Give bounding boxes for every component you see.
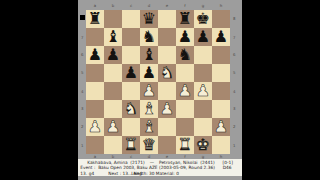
square-g5 bbox=[194, 64, 212, 82]
black-pawn-g7: ♟ bbox=[196, 28, 210, 46]
black-king-g8: ♚ bbox=[196, 10, 210, 28]
coord-label-f: f bbox=[176, 154, 194, 159]
coord-label-4: 4 bbox=[231, 82, 238, 100]
square-g8: ♚ bbox=[194, 10, 212, 28]
square-g7: ♟ bbox=[194, 28, 212, 46]
coord-label-e: e bbox=[158, 154, 176, 159]
black-queen-d8: ♛ bbox=[142, 10, 156, 28]
square-e3: ♟ bbox=[158, 100, 176, 118]
square-g3 bbox=[194, 100, 212, 118]
white-rook-c1: ♜ bbox=[124, 136, 138, 154]
white-pawn-e3: ♟ bbox=[160, 100, 174, 118]
square-e5: ♞ bbox=[158, 64, 176, 82]
coord-label-c: c bbox=[122, 154, 140, 159]
white-bishop-d3: ♝ bbox=[142, 100, 156, 118]
game-info-panel: Kakhabava, Amina (2171) — Petrosyan, Nik… bbox=[78, 159, 242, 176]
square-h6 bbox=[212, 46, 230, 64]
square-e2 bbox=[158, 118, 176, 136]
coord-label-4: 4 bbox=[79, 82, 86, 100]
coord-label-5: 5 bbox=[231, 64, 238, 82]
square-a4 bbox=[86, 82, 104, 100]
rank-labels-left: 87654321 bbox=[79, 10, 86, 154]
coord-label-g: g bbox=[194, 3, 212, 8]
square-d6: ♝ bbox=[140, 46, 158, 64]
square-g4: ♟ bbox=[194, 82, 212, 100]
square-b1 bbox=[104, 136, 122, 154]
letterbox-right bbox=[242, 0, 320, 180]
square-b7: ♝ bbox=[104, 28, 122, 46]
black-pawn-f7: ♟ bbox=[178, 28, 192, 46]
coord-label-1: 1 bbox=[79, 136, 86, 154]
white-pawn-d4: ♟ bbox=[142, 82, 156, 100]
black-pawn-d5: ♟ bbox=[142, 64, 156, 82]
white-pawn-b2: ♟ bbox=[106, 118, 120, 136]
square-d3: ♝ bbox=[140, 100, 158, 118]
coord-label-3: 3 bbox=[79, 100, 86, 118]
white-rook-f1: ♜ bbox=[178, 136, 192, 154]
black-knight-f6: ♞ bbox=[178, 46, 192, 64]
black-pawn-b6: ♟ bbox=[106, 46, 120, 64]
square-a3 bbox=[86, 100, 104, 118]
white-queen-d1: ♛ bbox=[142, 136, 156, 154]
video-frame: abcdefgh 87654321 87654321 abcdefgh ♜♛♜♚… bbox=[0, 0, 320, 180]
square-h4 bbox=[212, 82, 230, 100]
square-h5 bbox=[212, 64, 230, 82]
black-bishop-b7: ♝ bbox=[106, 28, 120, 46]
square-c1: ♜ bbox=[122, 136, 140, 154]
coord-label-5: 5 bbox=[79, 64, 86, 82]
white-knight-c3: ♞ bbox=[124, 100, 138, 118]
square-c7 bbox=[122, 28, 140, 46]
coord-label-8: 8 bbox=[231, 10, 238, 28]
chess-board: ♜♛♜♚♝♞♟♟♟♟♟♝♞♟♟♞♟♟♟♞♝♟♟♟♝♟♜♛♜♚ bbox=[86, 10, 230, 154]
square-d2: ♝ bbox=[140, 118, 158, 136]
black-rook-f8: ♜ bbox=[178, 10, 192, 28]
letterbox-left bbox=[0, 0, 78, 180]
square-a7 bbox=[86, 28, 104, 46]
move-number: 13. bbox=[80, 171, 87, 177]
square-b4 bbox=[104, 82, 122, 100]
game-length: Length: 30 bbox=[131, 171, 154, 177]
square-c5: ♟ bbox=[122, 64, 140, 82]
coord-label-g: g bbox=[194, 154, 212, 159]
square-d7: ♞ bbox=[140, 28, 158, 46]
white-pawn-f4: ♟ bbox=[178, 82, 192, 100]
square-a2: ♟ bbox=[86, 118, 104, 136]
square-h7: ♟ bbox=[212, 28, 230, 46]
square-e1 bbox=[158, 136, 176, 154]
square-f3 bbox=[176, 100, 194, 118]
coord-label-b: b bbox=[104, 3, 122, 8]
black-knight-d7: ♞ bbox=[142, 28, 156, 46]
white-pawn-a2: ♟ bbox=[88, 118, 102, 136]
square-f1: ♜ bbox=[176, 136, 194, 154]
square-a1 bbox=[86, 136, 104, 154]
white-player-name: Kakhabava, Amina bbox=[87, 160, 127, 165]
coord-label-6: 6 bbox=[231, 46, 238, 64]
square-b6: ♟ bbox=[104, 46, 122, 64]
black-player-name: Petrosyan, Nikolai bbox=[159, 160, 198, 165]
white-pawn-g4: ♟ bbox=[196, 82, 210, 100]
square-d5: ♟ bbox=[140, 64, 158, 82]
square-e6 bbox=[158, 46, 176, 64]
white-pawn-h2: ♟ bbox=[214, 118, 228, 136]
coord-label-c: c bbox=[122, 3, 140, 8]
square-e4 bbox=[158, 82, 176, 100]
coord-label-d: d bbox=[140, 3, 158, 8]
square-f5 bbox=[176, 64, 194, 82]
square-c4 bbox=[122, 82, 140, 100]
white-king-g1: ♚ bbox=[196, 136, 210, 154]
square-h1 bbox=[212, 136, 230, 154]
black-pawn-h7: ♟ bbox=[214, 28, 228, 46]
players-separator: — bbox=[150, 160, 154, 165]
coord-label-3: 3 bbox=[231, 100, 238, 118]
coord-label-a: a bbox=[86, 3, 104, 8]
square-g1: ♚ bbox=[194, 136, 212, 154]
square-a5 bbox=[86, 64, 104, 82]
event-value: Baku Open 2003, Baku AZE (2003-05-09, Ro… bbox=[98, 165, 215, 170]
white-player-elo: (2171) bbox=[130, 160, 144, 165]
last-move: g4 bbox=[89, 171, 95, 177]
square-f6: ♞ bbox=[176, 46, 194, 64]
coord-label-h: h bbox=[212, 154, 230, 159]
square-f2 bbox=[176, 118, 194, 136]
move-line: 13. g4 Next : 13... Ne4 Length: 30 Mater… bbox=[78, 171, 242, 177]
square-c6 bbox=[122, 46, 140, 64]
coord-label-e: e bbox=[158, 3, 176, 8]
square-h2: ♟ bbox=[212, 118, 230, 136]
black-player-elo: (2441) bbox=[200, 160, 214, 165]
coord-label-7: 7 bbox=[79, 28, 86, 46]
coord-label-a: a bbox=[86, 154, 104, 159]
square-f8: ♜ bbox=[176, 10, 194, 28]
coord-label-2: 2 bbox=[79, 118, 86, 136]
square-h8 bbox=[212, 10, 230, 28]
diagram-area: abcdefgh 87654321 87654321 abcdefgh ♜♛♜♚… bbox=[78, 0, 242, 180]
coord-label-f: f bbox=[176, 3, 194, 8]
white-knight-e5: ♞ bbox=[160, 64, 174, 82]
square-g2 bbox=[194, 118, 212, 136]
square-d8: ♛ bbox=[140, 10, 158, 28]
game-result: [0-1] bbox=[223, 160, 233, 165]
black-bishop-d6: ♝ bbox=[142, 46, 156, 64]
black-pawn-a6: ♟ bbox=[88, 46, 102, 64]
square-c8 bbox=[122, 10, 140, 28]
eco-code: D46 bbox=[223, 165, 232, 170]
square-h3 bbox=[212, 100, 230, 118]
coord-label-7: 7 bbox=[231, 28, 238, 46]
square-d4: ♟ bbox=[140, 82, 158, 100]
coord-label-2: 2 bbox=[231, 118, 238, 136]
side-to-move-marker-black bbox=[80, 15, 85, 20]
coord-label-b: b bbox=[104, 154, 122, 159]
white-bishop-d2: ♝ bbox=[142, 118, 156, 136]
square-c2 bbox=[122, 118, 140, 136]
square-a6: ♟ bbox=[86, 46, 104, 64]
material-balance: Material: 0 bbox=[156, 171, 179, 177]
coord-label-6: 6 bbox=[79, 46, 86, 64]
event-line: Event : Baku Open 2003, Baku AZE (2003-0… bbox=[78, 165, 242, 171]
square-b5 bbox=[104, 64, 122, 82]
coord-label-h: h bbox=[212, 3, 230, 8]
black-rook-a8: ♜ bbox=[88, 10, 102, 28]
square-b3 bbox=[104, 100, 122, 118]
square-c3: ♞ bbox=[122, 100, 140, 118]
square-f4: ♟ bbox=[176, 82, 194, 100]
square-g6 bbox=[194, 46, 212, 64]
square-f7: ♟ bbox=[176, 28, 194, 46]
square-d1: ♛ bbox=[140, 136, 158, 154]
black-pawn-c5: ♟ bbox=[124, 64, 138, 82]
rank-labels-right: 87654321 bbox=[231, 10, 238, 154]
file-labels-top: abcdefgh bbox=[86, 3, 230, 8]
square-e7 bbox=[158, 28, 176, 46]
coord-label-d: d bbox=[140, 154, 158, 159]
event-label: Event : bbox=[80, 165, 95, 170]
square-a8: ♜ bbox=[86, 10, 104, 28]
square-e8 bbox=[158, 10, 176, 28]
square-b8 bbox=[104, 10, 122, 28]
coord-label-1: 1 bbox=[231, 136, 238, 154]
square-b2: ♟ bbox=[104, 118, 122, 136]
